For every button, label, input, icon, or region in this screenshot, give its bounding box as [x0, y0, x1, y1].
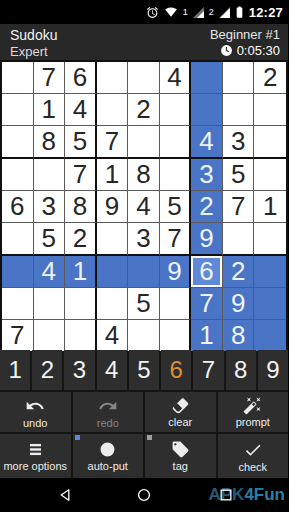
sim2-label: 2 — [209, 7, 214, 17]
battery-icon — [235, 5, 244, 19]
auto-put-button[interactable]: auto-put — [73, 434, 144, 478]
more-options-label: more options — [3, 461, 67, 472]
eraser-icon — [171, 396, 190, 415]
cell-r6c2[interactable]: 5 — [34, 223, 66, 256]
redo-button[interactable]: redo — [73, 392, 144, 432]
toolbar-row-1: undo redo clear prompt — [0, 392, 288, 432]
cell-r9c8[interactable]: 8 — [223, 320, 255, 351]
cell-r3c4[interactable]: 7 — [97, 126, 129, 159]
magic-wand-icon — [243, 396, 262, 415]
nav-bar: APK4Fun — [0, 478, 288, 512]
signal2-icon — [219, 7, 230, 18]
puzzle-label: Beginner #1 — [210, 27, 280, 42]
cell-r9c2[interactable] — [34, 320, 66, 351]
tag-badge-icon — [147, 435, 152, 440]
cell-r1c6[interactable]: 4 — [160, 62, 192, 94]
cell-r1c2[interactable]: 7 — [34, 62, 66, 94]
numpad-key-5[interactable]: 5 — [129, 350, 159, 390]
cell-r7c4[interactable] — [97, 256, 129, 288]
cell-r7c3[interactable]: 1 — [65, 256, 97, 288]
cell-r5c6[interactable]: 5 — [160, 191, 192, 223]
redo-label: redo — [97, 418, 119, 429]
timer-clock-icon — [220, 44, 233, 57]
status-bar: 1 2 12:27 — [0, 0, 288, 24]
cell-r2c6[interactable] — [160, 94, 192, 126]
undo-button[interactable]: undo — [0, 392, 71, 432]
numpad-key-7[interactable]: 7 — [193, 350, 223, 390]
sudoku-board: 7642142857437183563894527152379419625797… — [0, 60, 288, 348]
cell-r2c3[interactable]: 4 — [65, 94, 97, 126]
cell-r4c4[interactable]: 1 — [97, 159, 129, 191]
cell-r9c9[interactable] — [254, 320, 286, 351]
controls-panel: 123456789 undo redo clear prompt mo — [0, 348, 288, 478]
cell-r5c3[interactable]: 8 — [65, 191, 97, 223]
check-label: check — [238, 462, 267, 473]
home-button[interactable] — [136, 487, 152, 503]
cell-r8c1[interactable] — [2, 288, 34, 320]
cell-r8c2[interactable] — [34, 288, 66, 320]
prompt-button[interactable]: prompt — [218, 392, 289, 432]
clock-time: 12:27 — [249, 5, 283, 20]
cell-r8c8[interactable]: 9 — [223, 288, 255, 320]
cell-r3c1[interactable] — [2, 126, 34, 159]
cell-r9c1[interactable]: 7 — [2, 320, 34, 351]
cell-r2c9[interactable] — [254, 94, 286, 126]
cell-r2c7[interactable] — [191, 94, 223, 126]
cell-r4c5[interactable]: 8 — [128, 159, 160, 191]
cell-r9c4[interactable]: 4 — [97, 320, 129, 351]
check-button[interactable]: check — [218, 434, 289, 478]
cell-r4c1[interactable] — [2, 159, 34, 191]
cell-r5c8[interactable]: 7 — [223, 191, 255, 223]
app-title: Sudoku — [10, 27, 57, 43]
cell-r5c1[interactable]: 6 — [2, 191, 34, 223]
numpad-key-1[interactable]: 1 — [0, 350, 30, 390]
auto-put-badge-icon — [75, 435, 80, 440]
cell-r6c7[interactable]: 9 — [191, 223, 223, 256]
clear-label: clear — [168, 417, 192, 428]
cell-r8c6[interactable] — [160, 288, 192, 320]
undo-label: undo — [23, 418, 47, 429]
redo-icon — [98, 396, 118, 416]
cell-r6c1[interactable] — [2, 223, 34, 256]
tag-button[interactable]: tag — [145, 434, 216, 478]
cell-r8c5[interactable]: 5 — [128, 288, 160, 320]
numpad-key-2[interactable]: 2 — [32, 350, 62, 390]
cell-r7c2[interactable]: 4 — [34, 256, 66, 288]
cell-r9c7[interactable]: 1 — [191, 320, 223, 351]
back-button[interactable] — [58, 487, 74, 503]
numpad-key-3[interactable]: 3 — [64, 350, 94, 390]
cell-r3c7[interactable]: 4 — [191, 126, 223, 159]
cell-r6c5[interactable]: 3 — [128, 223, 160, 256]
cell-r3c8[interactable]: 3 — [223, 126, 255, 159]
cell-r8c4[interactable] — [97, 288, 129, 320]
check-icon — [243, 440, 263, 460]
cell-r5c5[interactable]: 4 — [128, 191, 160, 223]
cell-r7c8[interactable]: 2 — [223, 256, 255, 288]
cell-r1c7[interactable] — [191, 62, 223, 94]
cell-r6c6[interactable]: 7 — [160, 223, 192, 256]
cell-r1c9[interactable]: 2 — [254, 62, 286, 94]
toolbar-row-2: more options auto-put tag check — [0, 434, 288, 478]
cell-r3c9[interactable] — [254, 126, 286, 159]
numpad-key-4[interactable]: 4 — [97, 350, 127, 390]
more-options-button[interactable]: more options — [0, 434, 71, 478]
cell-r1c5[interactable] — [128, 62, 160, 94]
cell-r1c1[interactable] — [2, 62, 34, 94]
cell-r4c8[interactable]: 5 — [223, 159, 255, 191]
numpad-key-8[interactable]: 8 — [226, 350, 256, 390]
cell-r2c8[interactable] — [223, 94, 255, 126]
cell-r3c3[interactable]: 5 — [65, 126, 97, 159]
cell-r3c5[interactable] — [128, 126, 160, 159]
circle-icon — [98, 440, 117, 459]
cell-r6c8[interactable] — [223, 223, 255, 256]
difficulty-label: Expert — [10, 44, 57, 59]
app-bar: Sudoku Expert Beginner #1 0:05:30 — [0, 24, 288, 60]
cell-r4c2[interactable] — [34, 159, 66, 191]
cell-r2c5[interactable]: 2 — [128, 94, 160, 126]
signal1-icon — [193, 7, 204, 18]
phone-screen: 1 2 12:27 Sudoku Expert Beginner #1 0:05… — [0, 0, 288, 512]
tag-label: tag — [173, 461, 188, 472]
cell-r9c3[interactable] — [65, 320, 97, 351]
cell-r1c4[interactable] — [97, 62, 129, 94]
cell-r2c4[interactable] — [97, 94, 129, 126]
cell-r4c3[interactable]: 7 — [65, 159, 97, 191]
wifi-icon — [164, 6, 178, 18]
auto-put-label: auto-put — [88, 461, 128, 472]
cell-r6c9[interactable] — [254, 223, 286, 256]
numpad-key-6[interactable]: 6 — [161, 350, 191, 390]
cell-r3c2[interactable]: 8 — [34, 126, 66, 159]
cell-r5c7[interactable]: 2 — [191, 191, 223, 223]
cell-r8c3[interactable] — [65, 288, 97, 320]
alarm-icon — [146, 6, 159, 19]
cell-r5c4[interactable]: 9 — [97, 191, 129, 223]
cell-r5c2[interactable]: 3 — [34, 191, 66, 223]
cell-r9c6[interactable] — [160, 320, 192, 351]
cell-r7c9[interactable] — [254, 256, 286, 288]
cell-r6c3[interactable]: 2 — [65, 223, 97, 256]
cell-r1c8[interactable] — [223, 62, 255, 94]
sim1-label: 1 — [183, 7, 188, 17]
cell-r4c9[interactable] — [254, 159, 286, 191]
tag-icon — [171, 440, 190, 459]
cell-r8c9[interactable] — [254, 288, 286, 320]
recents-button[interactable] — [218, 487, 234, 503]
cell-r4c6[interactable] — [160, 159, 192, 191]
cell-r7c1[interactable] — [2, 256, 34, 288]
cell-r9c5[interactable] — [128, 320, 160, 351]
cell-r7c7[interactable]: 6 — [191, 256, 223, 288]
cell-r6c4[interactable] — [97, 223, 129, 256]
cell-r4c7[interactable]: 3 — [191, 159, 223, 191]
undo-icon — [25, 396, 45, 416]
cell-r2c1[interactable] — [2, 94, 34, 126]
cell-r5c9[interactable]: 1 — [254, 191, 286, 223]
clear-button[interactable]: clear — [145, 392, 216, 432]
timer-value: 0:05:30 — [237, 43, 280, 58]
cell-r2c2[interactable]: 1 — [34, 94, 66, 126]
prompt-label: prompt — [236, 417, 270, 428]
menu-icon — [26, 440, 45, 459]
cell-r7c5[interactable] — [128, 256, 160, 288]
cell-r1c3[interactable]: 6 — [65, 62, 97, 94]
cell-r3c6[interactable] — [160, 126, 192, 159]
cell-r8c7[interactable]: 7 — [191, 288, 223, 320]
cell-r7c6[interactable]: 9 — [160, 256, 192, 288]
number-pad: 123456789 — [0, 350, 288, 390]
numpad-key-9[interactable]: 9 — [258, 350, 288, 390]
